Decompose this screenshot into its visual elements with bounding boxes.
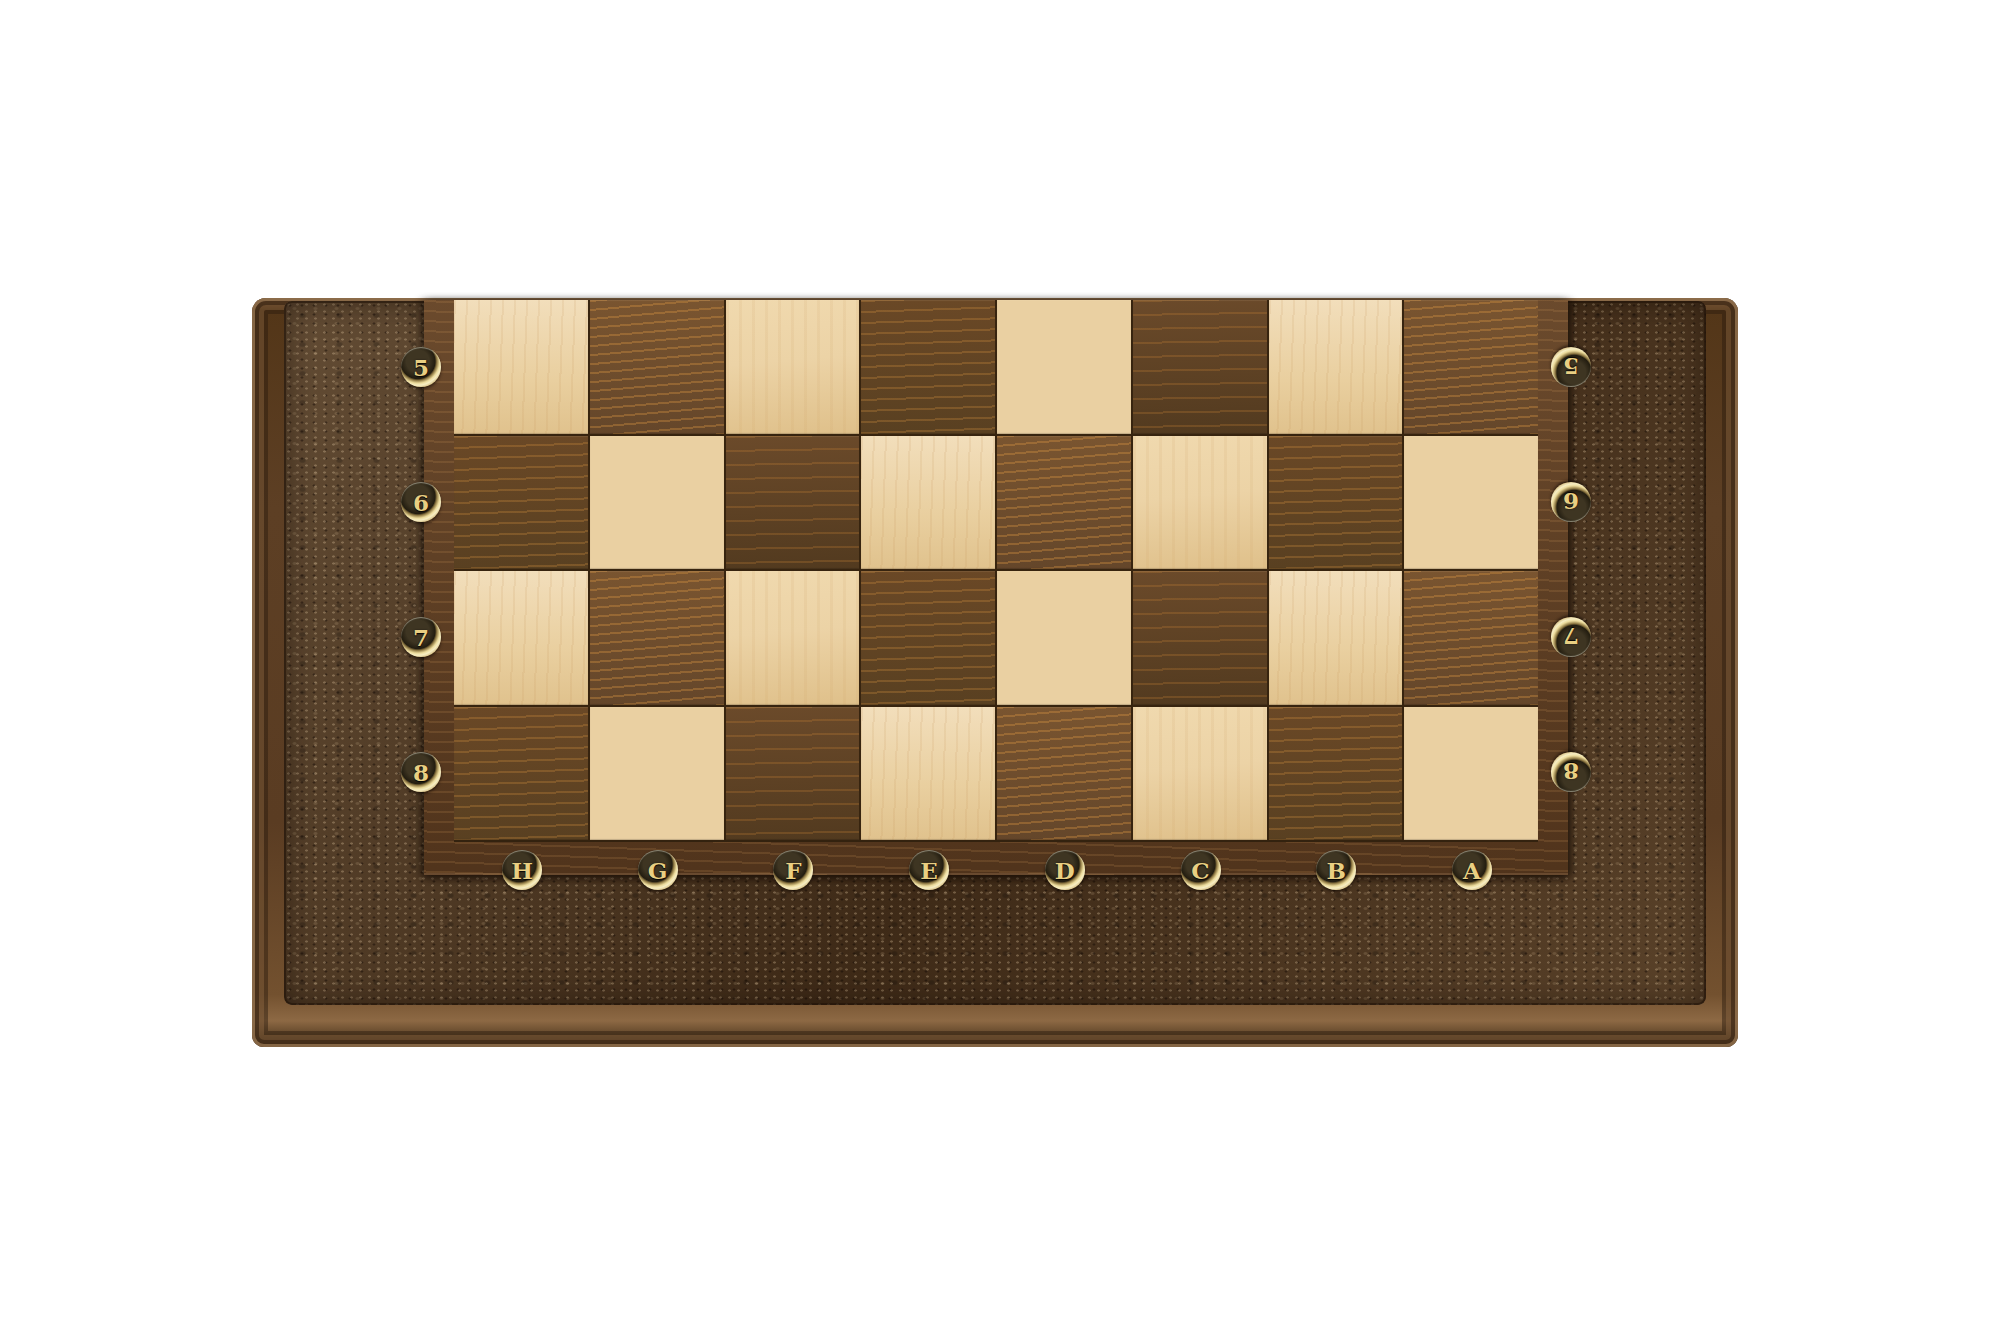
square-a7 xyxy=(1404,571,1538,705)
square-f8 xyxy=(726,707,860,841)
square-f6 xyxy=(726,436,860,570)
file-stud-h: H xyxy=(502,850,542,890)
square-e8 xyxy=(861,707,995,841)
square-g5 xyxy=(590,300,724,434)
rank-stud-left-7: 7 xyxy=(401,617,441,657)
product-photo-stage: 56785678HGFEDCBA xyxy=(0,0,2000,1333)
file-stud-b: B xyxy=(1316,850,1356,890)
file-stud-a: A xyxy=(1452,850,1492,890)
file-stud-c: C xyxy=(1181,850,1221,890)
square-c5 xyxy=(1133,300,1267,434)
square-c7 xyxy=(1133,571,1267,705)
square-h8 xyxy=(454,707,588,841)
square-b7 xyxy=(1269,571,1403,705)
square-d8 xyxy=(997,707,1131,841)
rank-stud-left-5: 5 xyxy=(401,347,441,387)
rank-stud-right-5: 5 xyxy=(1551,347,1591,387)
square-g6 xyxy=(590,436,724,570)
square-h7 xyxy=(454,571,588,705)
rank-stud-right-7: 7 xyxy=(1551,617,1591,657)
square-f5 xyxy=(726,300,860,434)
square-d6 xyxy=(997,436,1131,570)
chess-box: 56785678HGFEDCBA xyxy=(252,298,1738,1047)
square-b8 xyxy=(1269,707,1403,841)
square-b5 xyxy=(1269,300,1403,434)
file-stud-g: G xyxy=(638,850,678,890)
square-d5 xyxy=(997,300,1131,434)
square-b6 xyxy=(1269,436,1403,570)
square-h6 xyxy=(454,436,588,570)
square-a8 xyxy=(1404,707,1538,841)
square-g8 xyxy=(590,707,724,841)
square-a5 xyxy=(1404,300,1538,434)
square-e7 xyxy=(861,571,995,705)
rank-stud-right-8: 8 xyxy=(1551,752,1591,792)
chessboard-half xyxy=(454,300,1538,842)
square-a6 xyxy=(1404,436,1538,570)
file-stud-d: D xyxy=(1045,850,1085,890)
square-e6 xyxy=(861,436,995,570)
square-g7 xyxy=(590,571,724,705)
rank-stud-left-6: 6 xyxy=(401,482,441,522)
file-stud-e: E xyxy=(909,850,949,890)
square-h5 xyxy=(454,300,588,434)
rank-stud-left-8: 8 xyxy=(401,752,441,792)
rank-stud-right-6: 6 xyxy=(1551,482,1591,522)
square-d7 xyxy=(997,571,1131,705)
square-c8 xyxy=(1133,707,1267,841)
square-e5 xyxy=(861,300,995,434)
walnut-border-panel xyxy=(424,300,1568,875)
square-c6 xyxy=(1133,436,1267,570)
square-f7 xyxy=(726,571,860,705)
